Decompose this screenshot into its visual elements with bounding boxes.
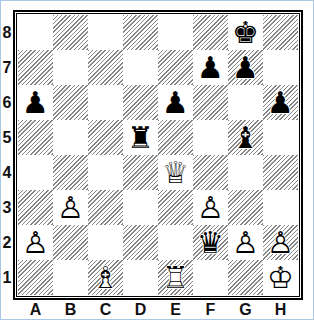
square-h6[interactable]: ♟ — [263, 85, 298, 120]
square-e5[interactable] — [158, 120, 193, 155]
square-d1[interactable] — [123, 260, 158, 295]
white-pawn-b3-icon: ♟♙ — [53, 190, 88, 225]
square-d7[interactable] — [123, 50, 158, 85]
square-a5[interactable] — [18, 120, 53, 155]
square-c7[interactable] — [88, 50, 123, 85]
white-king-h1-icon: ♚♔ — [263, 260, 298, 295]
square-h8[interactable] — [263, 15, 298, 50]
square-g2[interactable]: ♟♙ — [228, 225, 263, 260]
square-b6[interactable] — [53, 85, 88, 120]
square-b3[interactable]: ♟♙ — [53, 190, 88, 225]
black-pawn-g7-icon: ♟ — [228, 50, 263, 85]
black-pawn-e6-icon: ♟ — [158, 85, 193, 120]
square-d6[interactable] — [123, 85, 158, 120]
square-e2[interactable] — [158, 225, 193, 260]
white-pawn-h2-icon: ♟♙ — [263, 225, 298, 260]
square-h3[interactable] — [263, 190, 298, 225]
square-d5[interactable]: ♜ — [123, 120, 158, 155]
white-bishop-c1-icon: ♝♗ — [88, 260, 123, 295]
square-c8[interactable] — [88, 15, 123, 50]
square-b2[interactable] — [53, 225, 88, 260]
square-g3[interactable] — [228, 190, 263, 225]
square-f8[interactable] — [193, 15, 228, 50]
rank-label-1: 1 — [1, 260, 13, 295]
square-d8[interactable] — [123, 15, 158, 50]
square-g6[interactable] — [228, 85, 263, 120]
black-bishop-g5-icon: ♝ — [228, 120, 263, 155]
file-label-e: E — [158, 301, 193, 319]
white-pawn-a2-icon: ♟♙ — [18, 225, 53, 260]
file-label-a: A — [18, 301, 53, 319]
square-g7[interactable]: ♟ — [228, 50, 263, 85]
square-d4[interactable] — [123, 155, 158, 190]
square-f3[interactable]: ♟♙ — [193, 190, 228, 225]
square-e6[interactable]: ♟ — [158, 85, 193, 120]
white-pawn-f3-icon: ♟♙ — [193, 190, 228, 225]
rank-label-6: 6 — [1, 85, 13, 120]
square-a2[interactable]: ♟♙ — [18, 225, 53, 260]
square-b7[interactable] — [53, 50, 88, 85]
square-h1[interactable]: ♚♔ — [263, 260, 298, 295]
file-labels: ABCDEFGH — [18, 301, 298, 319]
rank-label-5: 5 — [1, 120, 13, 155]
square-g4[interactable] — [228, 155, 263, 190]
square-c6[interactable] — [88, 85, 123, 120]
square-c3[interactable] — [88, 190, 123, 225]
square-f6[interactable] — [193, 85, 228, 120]
file-label-g: G — [228, 301, 263, 319]
black-king-g8-icon: ♚ — [228, 15, 263, 50]
square-c5[interactable] — [88, 120, 123, 155]
square-e1[interactable]: ♜♖ — [158, 260, 193, 295]
rank-labels: 87654321 — [1, 15, 13, 295]
square-f5[interactable] — [193, 120, 228, 155]
black-rook-d5-icon: ♜ — [123, 120, 158, 155]
square-a7[interactable] — [18, 50, 53, 85]
board-squares: ♚♟♟♟♟♟♜♝♛♕♟♙♟♙♟♙♛♟♙♟♙♝♗♜♖♚♔ — [18, 15, 298, 295]
square-h7[interactable] — [263, 50, 298, 85]
rank-label-2: 2 — [1, 225, 13, 260]
square-e7[interactable] — [158, 50, 193, 85]
square-d2[interactable] — [123, 225, 158, 260]
square-d3[interactable] — [123, 190, 158, 225]
file-label-h: H — [263, 301, 298, 319]
white-queen-e4-icon: ♛♕ — [158, 155, 193, 190]
white-pawn-g2-icon: ♟♙ — [228, 225, 263, 260]
square-c2[interactable] — [88, 225, 123, 260]
rank-label-8: 8 — [1, 15, 13, 50]
square-h2[interactable]: ♟♙ — [263, 225, 298, 260]
chess-diagram: 87654321 ♚♟♟♟♟♟♜♝♛♕♟♙♟♙♟♙♛♟♙♟♙♝♗♜♖♚♔ ABC… — [0, 0, 314, 320]
square-f2[interactable]: ♛ — [193, 225, 228, 260]
black-pawn-a6-icon: ♟ — [18, 85, 53, 120]
square-c4[interactable] — [88, 155, 123, 190]
square-e8[interactable] — [158, 15, 193, 50]
square-b4[interactable] — [53, 155, 88, 190]
board-inner: ♚♟♟♟♟♟♜♝♛♕♟♙♟♙♟♙♛♟♙♟♙♝♗♜♖♚♔ — [16, 13, 300, 297]
file-label-f: F — [193, 301, 228, 319]
square-b5[interactable] — [53, 120, 88, 155]
square-a1[interactable] — [18, 260, 53, 295]
rank-label-4: 4 — [1, 155, 13, 190]
file-label-d: D — [123, 301, 158, 319]
square-e4[interactable]: ♛♕ — [158, 155, 193, 190]
square-a3[interactable] — [18, 190, 53, 225]
file-label-b: B — [53, 301, 88, 319]
square-g5[interactable]: ♝ — [228, 120, 263, 155]
white-rook-e1-icon: ♜♖ — [158, 260, 193, 295]
black-queen-f2-icon: ♛ — [193, 225, 228, 260]
square-b8[interactable] — [53, 15, 88, 50]
rank-label-7: 7 — [1, 50, 13, 85]
square-h5[interactable] — [263, 120, 298, 155]
square-b1[interactable] — [53, 260, 88, 295]
square-f4[interactable] — [193, 155, 228, 190]
square-f7[interactable]: ♟ — [193, 50, 228, 85]
board-frame: ♚♟♟♟♟♟♜♝♛♕♟♙♟♙♟♙♛♟♙♟♙♝♗♜♖♚♔ — [13, 10, 303, 300]
square-h4[interactable] — [263, 155, 298, 190]
square-g1[interactable] — [228, 260, 263, 295]
rank-label-3: 3 — [1, 190, 13, 225]
square-g8[interactable]: ♚ — [228, 15, 263, 50]
file-label-c: C — [88, 301, 123, 319]
black-pawn-f7-icon: ♟ — [193, 50, 228, 85]
square-a4[interactable] — [18, 155, 53, 190]
square-a6[interactable]: ♟ — [18, 85, 53, 120]
square-f1[interactable] — [193, 260, 228, 295]
square-e3[interactable] — [158, 190, 193, 225]
black-pawn-h6-icon: ♟ — [263, 85, 298, 120]
square-c1[interactable]: ♝♗ — [88, 260, 123, 295]
square-a8[interactable] — [18, 15, 53, 50]
